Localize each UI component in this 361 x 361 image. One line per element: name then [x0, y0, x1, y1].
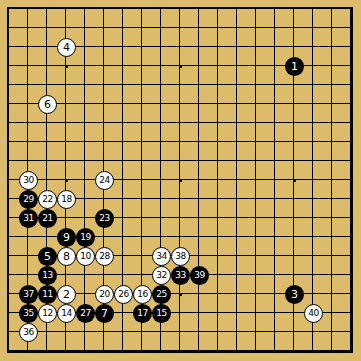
go-board[interactable]: 1234567891011121314151617181920212223242…: [0, 0, 361, 361]
move-number: 28: [99, 252, 109, 261]
move-number: 26: [118, 290, 128, 299]
move-number: 14: [61, 309, 71, 318]
stone-black-39[interactable]: 39: [190, 266, 209, 285]
stone-black-25[interactable]: 25: [152, 285, 171, 304]
stone-white-34[interactable]: 34: [152, 247, 171, 266]
star-point: [179, 293, 182, 296]
star-point: [179, 65, 182, 68]
star-point: [179, 179, 182, 182]
stone-white-6[interactable]: 6: [38, 95, 57, 114]
move-number: 8: [63, 251, 70, 262]
move-number: 38: [175, 252, 185, 261]
move-number: 32: [156, 271, 166, 280]
move-number: 25: [156, 290, 166, 299]
stone-black-3[interactable]: 3: [285, 285, 304, 304]
stone-white-32[interactable]: 32: [152, 266, 171, 285]
move-number: 16: [137, 290, 147, 299]
stone-black-13[interactable]: 13: [38, 266, 57, 285]
stone-white-20[interactable]: 20: [95, 285, 114, 304]
move-number: 30: [23, 176, 33, 185]
move-number: 11: [42, 290, 52, 299]
move-number: 3: [291, 289, 298, 300]
move-number: 21: [42, 214, 52, 223]
move-number: 15: [156, 309, 166, 318]
stone-white-10[interactable]: 10: [76, 247, 95, 266]
stone-black-15[interactable]: 15: [152, 304, 171, 323]
stone-white-24[interactable]: 24: [95, 171, 114, 190]
stone-white-22[interactable]: 22: [38, 190, 57, 209]
stone-black-29[interactable]: 29: [19, 190, 38, 209]
stone-white-36[interactable]: 36: [19, 323, 38, 342]
stone-white-40[interactable]: 40: [304, 304, 323, 323]
move-number: 4: [63, 42, 70, 53]
move-number: 2: [63, 289, 70, 300]
move-number: 7: [101, 308, 108, 319]
stone-black-9[interactable]: 9: [57, 228, 76, 247]
move-number: 22: [42, 195, 52, 204]
move-number: 10: [80, 252, 90, 261]
stone-black-19[interactable]: 19: [76, 228, 95, 247]
stone-white-14[interactable]: 14: [57, 304, 76, 323]
stone-black-35[interactable]: 35: [19, 304, 38, 323]
move-number: 35: [23, 309, 33, 318]
stone-black-33[interactable]: 33: [171, 266, 190, 285]
stone-black-7[interactable]: 7: [95, 304, 114, 323]
move-number: 5: [44, 251, 51, 262]
stone-white-18[interactable]: 18: [57, 190, 76, 209]
stone-white-4[interactable]: 4: [57, 38, 76, 57]
stone-black-5[interactable]: 5: [38, 247, 57, 266]
move-number: 19: [80, 233, 90, 242]
move-number: 31: [23, 214, 33, 223]
stone-white-30[interactable]: 30: [19, 171, 38, 190]
move-number: 18: [61, 195, 71, 204]
move-number: 23: [99, 214, 109, 223]
move-number: 1: [291, 61, 298, 72]
stone-black-11[interactable]: 11: [38, 285, 57, 304]
move-number: 29: [23, 195, 33, 204]
move-number: 13: [42, 271, 52, 280]
stone-black-37[interactable]: 37: [19, 285, 38, 304]
move-number: 20: [99, 290, 109, 299]
star-point: [65, 179, 68, 182]
stone-black-21[interactable]: 21: [38, 209, 57, 228]
move-number: 34: [156, 252, 166, 261]
stone-black-23[interactable]: 23: [95, 209, 114, 228]
move-number: 24: [99, 176, 109, 185]
stone-white-2[interactable]: 2: [57, 285, 76, 304]
move-number: 36: [23, 328, 33, 337]
stone-white-12[interactable]: 12: [38, 304, 57, 323]
stone-white-38[interactable]: 38: [171, 247, 190, 266]
move-number: 37: [23, 290, 33, 299]
stone-black-17[interactable]: 17: [133, 304, 152, 323]
stone-black-31[interactable]: 31: [19, 209, 38, 228]
move-number: 17: [137, 309, 147, 318]
move-number: 12: [42, 309, 52, 318]
move-number: 27: [80, 309, 90, 318]
stone-white-28[interactable]: 28: [95, 247, 114, 266]
move-number: 6: [44, 99, 51, 110]
stone-black-27[interactable]: 27: [76, 304, 95, 323]
move-number: 33: [175, 271, 185, 280]
move-number: 40: [308, 309, 318, 318]
stone-white-26[interactable]: 26: [114, 285, 133, 304]
move-number: 39: [194, 271, 204, 280]
star-point: [293, 179, 296, 182]
star-point: [65, 65, 68, 68]
stone-white-8[interactable]: 8: [57, 247, 76, 266]
move-number: 9: [63, 232, 70, 243]
stone-white-16[interactable]: 16: [133, 285, 152, 304]
stone-black-1[interactable]: 1: [285, 57, 304, 76]
